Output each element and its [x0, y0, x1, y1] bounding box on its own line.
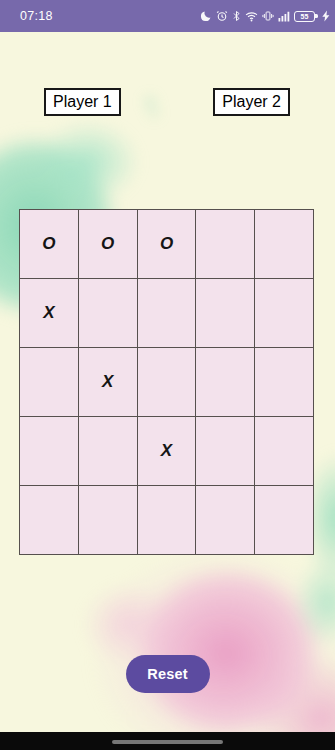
cell-r1c1[interactable]	[79, 279, 137, 347]
cell-r2c4[interactable]	[255, 348, 313, 416]
cell-r2c3[interactable]	[196, 348, 254, 416]
cell-r0c0[interactable]: O	[20, 210, 78, 278]
cell-r4c2[interactable]	[138, 486, 196, 554]
cell-r3c2[interactable]: X	[138, 417, 196, 485]
status-time: 07:18	[20, 9, 53, 23]
battery-level: 55	[301, 13, 309, 20]
cell-r0c4[interactable]	[255, 210, 313, 278]
reset-button[interactable]: Reset	[126, 655, 210, 693]
cell-r1c4[interactable]	[255, 279, 313, 347]
bluetooth-icon	[232, 10, 241, 22]
status-icons: 55	[200, 0, 330, 32]
cell-r1c3[interactable]	[196, 279, 254, 347]
cell-r0c1[interactable]: O	[79, 210, 137, 278]
wifi-icon	[245, 11, 258, 22]
cell-r4c3[interactable]	[196, 486, 254, 554]
phone-screen: 07:18 55 Player 1 Player 2 O O O X X	[0, 0, 335, 750]
cell-r2c2[interactable]	[138, 348, 196, 416]
cell-r3c0[interactable]	[20, 417, 78, 485]
cell-r2c1[interactable]: X	[79, 348, 137, 416]
cell-r4c0[interactable]	[20, 486, 78, 554]
cell-r3c1[interactable]	[79, 417, 137, 485]
cell-r3c4[interactable]	[255, 417, 313, 485]
cell-r0c3[interactable]	[196, 210, 254, 278]
cell-r1c2[interactable]	[138, 279, 196, 347]
gesture-nav-bar	[0, 732, 335, 750]
status-bar: 07:18 55	[0, 0, 335, 32]
charging-bolt-icon	[322, 10, 330, 22]
cell-r1c0[interactable]: X	[20, 279, 78, 347]
cell-r4c1[interactable]	[79, 486, 137, 554]
signal-bars-icon	[278, 11, 290, 22]
cell-r0c2[interactable]: O	[138, 210, 196, 278]
player-labels-row: Player 1 Player 2	[0, 88, 335, 116]
player2-label: Player 2	[213, 88, 290, 116]
game-board: O O O X X X	[19, 209, 314, 555]
alarm-clock-icon	[216, 10, 228, 22]
vibrate-icon	[262, 10, 274, 22]
cell-r3c3[interactable]	[196, 417, 254, 485]
cell-r2c0[interactable]	[20, 348, 78, 416]
player1-label: Player 1	[44, 88, 121, 116]
do-not-disturb-moon-icon	[200, 10, 212, 22]
cell-r4c4[interactable]	[255, 486, 313, 554]
battery-icon: 55	[294, 11, 315, 22]
gesture-handle[interactable]	[112, 740, 223, 744]
